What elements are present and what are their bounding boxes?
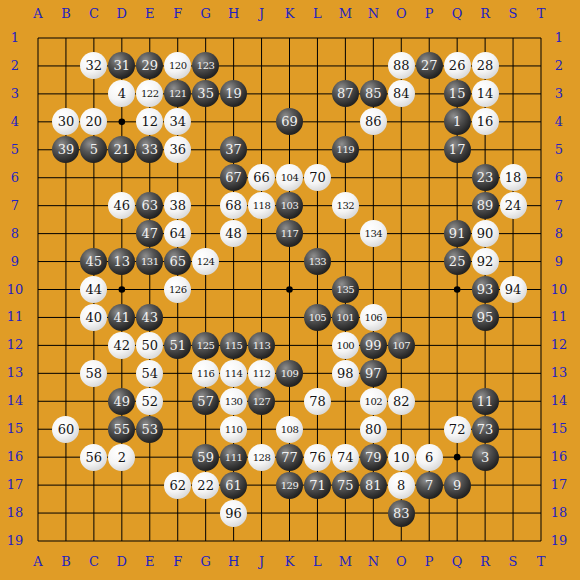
move-number: 92 xyxy=(477,254,494,269)
move-number: 128 xyxy=(253,452,271,463)
stone-white-72-Q15[interactable]: 72 xyxy=(444,416,471,443)
stone-black-67-H6[interactable]: 67 xyxy=(220,164,247,191)
col-label-top-F: F xyxy=(168,6,188,22)
move-number: 44 xyxy=(86,282,103,297)
stone-black-55-D15[interactable]: 55 xyxy=(108,416,135,443)
stone-white-122-E3[interactable]: 122 xyxy=(136,80,163,107)
move-number: 115 xyxy=(225,340,243,351)
stone-white-116-G13[interactable]: 116 xyxy=(192,360,219,387)
move-number: 78 xyxy=(309,394,326,409)
move-number: 62 xyxy=(169,478,186,493)
move-number: 124 xyxy=(197,256,215,267)
stone-white-26-Q2[interactable]: 26 xyxy=(444,52,471,79)
col-label-bottom-S: S xyxy=(503,554,523,570)
col-label-bottom-G: G xyxy=(196,554,216,570)
col-label-bottom-D: D xyxy=(112,554,132,570)
stone-black-135-M10[interactable]: 135 xyxy=(332,276,359,303)
stone-black-107-O12[interactable]: 107 xyxy=(388,332,415,359)
move-number: 101 xyxy=(337,312,355,323)
move-number: 131 xyxy=(141,256,159,267)
stone-white-34-F4[interactable]: 34 xyxy=(164,108,191,135)
move-number: 1 xyxy=(453,114,461,129)
stone-white-132-M7[interactable]: 132 xyxy=(332,192,359,219)
stone-black-93-R10[interactable]: 93 xyxy=(472,276,499,303)
stone-white-124-G9[interactable]: 124 xyxy=(192,248,219,275)
move-number: 105 xyxy=(309,312,327,323)
stone-black-35-G3[interactable]: 35 xyxy=(192,80,219,107)
col-label-top-T: T xyxy=(531,6,551,22)
col-label-bottom-R: R xyxy=(475,554,495,570)
move-number: 20 xyxy=(86,114,103,129)
move-number: 86 xyxy=(365,114,382,129)
move-number: 103 xyxy=(281,200,299,211)
move-number: 119 xyxy=(337,144,355,155)
move-number: 88 xyxy=(393,58,410,73)
move-number: 84 xyxy=(393,86,410,101)
move-number: 122 xyxy=(141,88,159,99)
stone-white-28-R2[interactable]: 28 xyxy=(472,52,499,79)
col-label-top-G: G xyxy=(196,6,216,22)
move-number: 133 xyxy=(309,256,327,267)
stone-black-31-D2[interactable]: 31 xyxy=(108,52,135,79)
move-number: 31 xyxy=(114,58,131,73)
stone-white-70-L6[interactable]: 70 xyxy=(304,164,331,191)
move-number: 47 xyxy=(141,226,158,241)
go-board-diagram: ABCDEFGHJKLMNOPQRST ABCDEFGHJKLMNOPQRST … xyxy=(0,0,580,580)
stone-white-120-F2[interactable]: 120 xyxy=(164,52,191,79)
stone-white-6-P16[interactable]: 6 xyxy=(416,444,443,471)
stone-black-15-Q3[interactable]: 15 xyxy=(444,80,471,107)
move-number: 113 xyxy=(253,340,271,351)
stone-black-5-C5[interactable]: 5 xyxy=(80,136,107,163)
move-number: 74 xyxy=(337,450,354,465)
stone-white-54-E13[interactable]: 54 xyxy=(136,360,163,387)
move-number: 130 xyxy=(225,396,243,407)
stone-white-110-H15[interactable]: 110 xyxy=(220,416,247,443)
col-label-top-A: A xyxy=(28,6,48,22)
stone-white-40-C11[interactable]: 40 xyxy=(80,304,107,331)
move-number: 93 xyxy=(477,282,494,297)
move-number: 5 xyxy=(90,142,98,157)
move-number: 89 xyxy=(477,198,494,213)
stone-white-84-O3[interactable]: 84 xyxy=(388,80,415,107)
move-number: 37 xyxy=(225,142,242,157)
move-number: 61 xyxy=(225,478,242,493)
move-number: 3 xyxy=(481,450,489,465)
stone-black-69-K4[interactable]: 69 xyxy=(276,108,303,135)
move-number: 123 xyxy=(197,60,215,71)
col-label-top-E: E xyxy=(140,6,160,22)
move-number: 63 xyxy=(141,198,158,213)
stone-white-86-N4[interactable]: 86 xyxy=(360,108,387,135)
move-number: 97 xyxy=(365,366,382,381)
stone-white-74-M16[interactable]: 74 xyxy=(332,444,359,471)
move-number: 45 xyxy=(86,254,103,269)
stone-white-134-N8[interactable]: 134 xyxy=(360,220,387,247)
stone-white-38-F7[interactable]: 38 xyxy=(164,192,191,219)
move-number: 77 xyxy=(281,450,298,465)
move-number: 106 xyxy=(365,312,383,323)
move-number: 42 xyxy=(114,338,131,353)
stone-white-104-K6[interactable]: 104 xyxy=(276,164,303,191)
stone-white-64-F8[interactable]: 64 xyxy=(164,220,191,247)
stone-white-8-O17[interactable]: 8 xyxy=(388,472,415,499)
stone-black-89-R7[interactable]: 89 xyxy=(472,192,499,219)
stone-white-20-C4[interactable]: 20 xyxy=(80,108,107,135)
col-label-top-D: D xyxy=(112,6,132,22)
stone-white-126-F10[interactable]: 126 xyxy=(164,276,191,303)
stone-white-100-M12[interactable]: 100 xyxy=(332,332,359,359)
stone-black-75-M17[interactable]: 75 xyxy=(332,472,359,499)
move-number: 55 xyxy=(114,422,131,437)
move-number: 125 xyxy=(197,340,215,351)
move-number: 67 xyxy=(225,170,242,185)
stone-white-12-E4[interactable]: 12 xyxy=(136,108,163,135)
move-number: 108 xyxy=(281,424,299,435)
stone-black-33-E5[interactable]: 33 xyxy=(136,136,163,163)
move-number: 40 xyxy=(86,310,103,325)
move-number: 10 xyxy=(393,450,410,465)
move-number: 30 xyxy=(58,114,75,129)
move-number: 49 xyxy=(114,394,131,409)
move-number: 121 xyxy=(169,88,187,99)
move-number: 38 xyxy=(169,198,186,213)
move-number: 60 xyxy=(58,422,75,437)
move-number: 8 xyxy=(397,478,405,493)
move-number: 85 xyxy=(365,86,382,101)
stone-black-109-K13[interactable]: 109 xyxy=(276,360,303,387)
col-label-top-L: L xyxy=(307,6,327,22)
stone-black-131-E9[interactable]: 131 xyxy=(136,248,163,275)
stone-white-82-O14[interactable]: 82 xyxy=(388,388,415,415)
stone-black-99-N12[interactable]: 99 xyxy=(360,332,387,359)
move-number: 43 xyxy=(141,310,158,325)
move-number: 100 xyxy=(337,340,355,351)
stone-black-9-Q17[interactable]: 9 xyxy=(444,472,471,499)
stone-black-81-N17[interactable]: 81 xyxy=(360,472,387,499)
col-label-top-J: J xyxy=(252,6,272,22)
stone-black-51-F12[interactable]: 51 xyxy=(164,332,191,359)
stone-black-61-H17[interactable]: 61 xyxy=(220,472,247,499)
stone-white-4-D3[interactable]: 4 xyxy=(108,80,135,107)
move-number: 65 xyxy=(169,254,186,269)
move-number: 52 xyxy=(141,394,158,409)
stone-white-98-M13[interactable]: 98 xyxy=(332,360,359,387)
move-number: 51 xyxy=(169,338,186,353)
col-label-top-P: P xyxy=(419,6,439,22)
stone-black-119-M5[interactable]: 119 xyxy=(332,136,359,163)
move-number: 18 xyxy=(505,170,522,185)
move-number: 24 xyxy=(505,198,522,213)
stone-black-59-G16[interactable]: 59 xyxy=(192,444,219,471)
move-number: 32 xyxy=(86,58,103,73)
stone-black-27-P2[interactable]: 27 xyxy=(416,52,443,79)
stone-white-56-C16[interactable]: 56 xyxy=(80,444,107,471)
stone-white-76-L16[interactable]: 76 xyxy=(304,444,331,471)
stone-black-97-N13[interactable]: 97 xyxy=(360,360,387,387)
move-number: 15 xyxy=(449,86,466,101)
move-number: 118 xyxy=(253,200,271,211)
stone-black-63-E7[interactable]: 63 xyxy=(136,192,163,219)
stone-white-50-E12[interactable]: 50 xyxy=(136,332,163,359)
stone-white-102-N14[interactable]: 102 xyxy=(360,388,387,415)
move-number: 50 xyxy=(141,338,158,353)
col-label-bottom-A: A xyxy=(28,554,48,570)
stone-white-68-H7[interactable]: 68 xyxy=(220,192,247,219)
board-intersections[interactable]: 1234567891011121314151617181920212223242… xyxy=(24,24,555,555)
stone-black-43-E11[interactable]: 43 xyxy=(136,304,163,331)
stone-white-106-N11[interactable]: 106 xyxy=(360,304,387,331)
move-number: 35 xyxy=(197,86,214,101)
stone-white-16-R4[interactable]: 16 xyxy=(472,108,499,135)
stone-white-32-C2[interactable]: 32 xyxy=(80,52,107,79)
move-number: 127 xyxy=(253,396,271,407)
stone-black-57-G14[interactable]: 57 xyxy=(192,388,219,415)
stone-white-80-N15[interactable]: 80 xyxy=(360,416,387,443)
move-number: 48 xyxy=(225,226,242,241)
stone-black-73-R15[interactable]: 73 xyxy=(472,416,499,443)
col-label-top-M: M xyxy=(335,6,355,22)
move-number: 73 xyxy=(477,422,494,437)
move-number: 41 xyxy=(114,310,131,325)
move-number: 116 xyxy=(197,368,215,379)
stone-black-49-D14[interactable]: 49 xyxy=(108,388,135,415)
move-number: 16 xyxy=(477,114,494,129)
stone-black-1-Q4[interactable]: 1 xyxy=(444,108,471,135)
stone-black-125-G12[interactable]: 125 xyxy=(192,332,219,359)
move-number: 98 xyxy=(337,366,354,381)
stone-black-19-H3[interactable]: 19 xyxy=(220,80,247,107)
stone-black-111-H16[interactable]: 111 xyxy=(220,444,247,471)
move-number: 70 xyxy=(309,170,326,185)
move-number: 58 xyxy=(86,366,103,381)
move-number: 54 xyxy=(141,366,158,381)
stone-black-133-L9[interactable]: 133 xyxy=(304,248,331,275)
move-number: 72 xyxy=(449,422,466,437)
move-number: 71 xyxy=(309,478,326,493)
move-number: 9 xyxy=(453,478,461,493)
move-number: 82 xyxy=(393,394,410,409)
move-number: 27 xyxy=(421,58,438,73)
move-number: 102 xyxy=(365,396,383,407)
stone-white-24-S7[interactable]: 24 xyxy=(500,192,527,219)
stone-black-45-C9[interactable]: 45 xyxy=(80,248,107,275)
stone-black-17-Q5[interactable]: 17 xyxy=(444,136,471,163)
move-number: 68 xyxy=(225,198,242,213)
move-number: 28 xyxy=(477,58,494,73)
stone-white-10-O16[interactable]: 10 xyxy=(388,444,415,471)
move-number: 17 xyxy=(449,142,466,157)
stone-black-25-Q9[interactable]: 25 xyxy=(444,248,471,275)
move-number: 80 xyxy=(365,422,382,437)
col-label-bottom-T: T xyxy=(531,554,551,570)
stone-black-83-O18[interactable]: 83 xyxy=(388,500,415,527)
move-number: 110 xyxy=(225,424,243,435)
stone-white-2-D16[interactable]: 2 xyxy=(108,444,135,471)
move-number: 95 xyxy=(477,310,494,325)
col-label-bottom-H: H xyxy=(224,554,244,570)
move-number: 36 xyxy=(169,142,186,157)
col-label-bottom-L: L xyxy=(307,554,327,570)
move-number: 19 xyxy=(225,86,242,101)
stone-black-95-R11[interactable]: 95 xyxy=(472,304,499,331)
col-label-top-N: N xyxy=(363,6,383,22)
stone-white-60-B15[interactable]: 60 xyxy=(52,416,79,443)
stone-black-121-F3[interactable]: 121 xyxy=(164,80,191,107)
stone-white-22-G17[interactable]: 22 xyxy=(192,472,219,499)
stone-black-103-K7[interactable]: 103 xyxy=(276,192,303,219)
move-number: 134 xyxy=(365,228,383,239)
stone-black-39-B5[interactable]: 39 xyxy=(52,136,79,163)
move-number: 25 xyxy=(449,254,466,269)
stone-white-96-H18[interactable]: 96 xyxy=(220,500,247,527)
move-number: 59 xyxy=(197,450,214,465)
col-label-bottom-E: E xyxy=(140,554,160,570)
stone-white-112-J13[interactable]: 112 xyxy=(248,360,275,387)
stone-white-46-D7[interactable]: 46 xyxy=(108,192,135,219)
stone-white-130-H14[interactable]: 130 xyxy=(220,388,247,415)
move-number: 53 xyxy=(141,422,158,437)
move-number: 57 xyxy=(197,394,214,409)
move-number: 104 xyxy=(281,172,299,183)
move-number: 56 xyxy=(86,450,103,465)
move-number: 26 xyxy=(449,58,466,73)
move-number: 75 xyxy=(337,478,354,493)
col-label-top-R: R xyxy=(475,6,495,22)
col-label-bottom-F: F xyxy=(168,554,188,570)
stone-white-42-D12[interactable]: 42 xyxy=(108,332,135,359)
move-number: 91 xyxy=(449,226,466,241)
move-number: 87 xyxy=(337,86,354,101)
stone-white-62-F17[interactable]: 62 xyxy=(164,472,191,499)
stone-black-53-E15[interactable]: 53 xyxy=(136,416,163,443)
stone-white-14-R3[interactable]: 14 xyxy=(472,80,499,107)
col-label-top-S: S xyxy=(503,6,523,22)
move-number: 81 xyxy=(365,478,382,493)
move-number: 79 xyxy=(365,450,382,465)
stone-black-71-L17[interactable]: 71 xyxy=(304,472,331,499)
move-number: 120 xyxy=(169,60,187,71)
stone-black-41-D11[interactable]: 41 xyxy=(108,304,135,331)
stone-black-29-E2[interactable]: 29 xyxy=(136,52,163,79)
col-label-bottom-P: P xyxy=(419,554,439,570)
move-number: 132 xyxy=(337,200,355,211)
move-number: 107 xyxy=(392,340,410,351)
move-number: 76 xyxy=(309,450,326,465)
stone-black-13-D9[interactable]: 13 xyxy=(108,248,135,275)
col-label-bottom-B: B xyxy=(56,554,76,570)
move-number: 126 xyxy=(169,284,187,295)
col-label-bottom-C: C xyxy=(84,554,104,570)
move-number: 69 xyxy=(281,114,298,129)
stone-black-3-R16[interactable]: 3 xyxy=(472,444,499,471)
stone-white-66-J6[interactable]: 66 xyxy=(248,164,275,191)
col-label-top-C: C xyxy=(84,6,104,22)
stone-white-92-R9[interactable]: 92 xyxy=(472,248,499,275)
stone-white-36-F5[interactable]: 36 xyxy=(164,136,191,163)
stone-black-87-M3[interactable]: 87 xyxy=(332,80,359,107)
stone-white-114-H13[interactable]: 114 xyxy=(220,360,247,387)
move-number: 83 xyxy=(393,506,410,521)
stone-white-52-E14[interactable]: 52 xyxy=(136,388,163,415)
move-number: 7 xyxy=(425,478,433,493)
move-number: 23 xyxy=(477,170,494,185)
move-number: 33 xyxy=(141,142,158,157)
stone-black-105-L11[interactable]: 105 xyxy=(304,304,331,331)
stone-white-94-S10[interactable]: 94 xyxy=(500,276,527,303)
stone-black-115-H12[interactable]: 115 xyxy=(220,332,247,359)
stone-white-128-J16[interactable]: 128 xyxy=(248,444,275,471)
stone-white-48-H8[interactable]: 48 xyxy=(220,220,247,247)
col-label-top-B: B xyxy=(56,6,76,22)
stone-black-21-D5[interactable]: 21 xyxy=(108,136,135,163)
move-number: 11 xyxy=(477,394,494,409)
stone-black-79-N16[interactable]: 79 xyxy=(360,444,387,471)
col-label-top-K: K xyxy=(280,6,300,22)
move-number: 4 xyxy=(118,86,126,101)
move-number: 66 xyxy=(253,170,270,185)
move-number: 12 xyxy=(141,114,158,129)
stone-white-108-K15[interactable]: 108 xyxy=(276,416,303,443)
stone-black-113-J12[interactable]: 113 xyxy=(248,332,275,359)
col-label-bottom-O: O xyxy=(391,554,411,570)
move-number: 135 xyxy=(337,284,355,295)
stone-white-88-O2[interactable]: 88 xyxy=(388,52,415,79)
move-number: 111 xyxy=(225,452,243,463)
move-number: 129 xyxy=(281,480,299,491)
stone-black-65-F9[interactable]: 65 xyxy=(164,248,191,275)
col-label-bottom-N: N xyxy=(363,554,383,570)
stone-white-30-B4[interactable]: 30 xyxy=(52,108,79,135)
move-number: 21 xyxy=(114,142,131,157)
stone-black-47-E8[interactable]: 47 xyxy=(136,220,163,247)
stone-black-37-H5[interactable]: 37 xyxy=(220,136,247,163)
stone-black-85-N3[interactable]: 85 xyxy=(360,80,387,107)
move-number: 96 xyxy=(225,506,242,521)
move-number: 46 xyxy=(114,198,131,213)
move-number: 109 xyxy=(281,368,299,379)
stone-black-129-K17[interactable]: 129 xyxy=(276,472,303,499)
stone-black-11-R14[interactable]: 11 xyxy=(472,388,499,415)
stone-white-18-S6[interactable]: 18 xyxy=(500,164,527,191)
move-number: 34 xyxy=(169,114,186,129)
move-number: 29 xyxy=(141,58,158,73)
stone-white-58-C13[interactable]: 58 xyxy=(80,360,107,387)
stone-black-127-J14[interactable]: 127 xyxy=(248,388,275,415)
stone-black-117-K8[interactable]: 117 xyxy=(276,220,303,247)
stone-black-77-K16[interactable]: 77 xyxy=(276,444,303,471)
move-number: 99 xyxy=(365,338,382,353)
stone-black-101-M11[interactable]: 101 xyxy=(332,304,359,331)
col-label-bottom-Q: Q xyxy=(447,554,467,570)
move-number: 6 xyxy=(425,450,433,465)
move-number: 90 xyxy=(477,226,494,241)
col-label-top-Q: Q xyxy=(447,6,467,22)
col-label-bottom-J: J xyxy=(252,554,272,570)
stone-white-44-C10[interactable]: 44 xyxy=(80,276,107,303)
move-number: 22 xyxy=(197,478,214,493)
move-number: 64 xyxy=(169,226,186,241)
stone-black-123-G2[interactable]: 123 xyxy=(192,52,219,79)
stone-white-90-R8[interactable]: 90 xyxy=(472,220,499,247)
stone-black-7-P17[interactable]: 7 xyxy=(416,472,443,499)
stone-black-23-R6[interactable]: 23 xyxy=(472,164,499,191)
stone-black-91-Q8[interactable]: 91 xyxy=(444,220,471,247)
move-number: 94 xyxy=(505,282,522,297)
stone-white-118-J7[interactable]: 118 xyxy=(248,192,275,219)
move-number: 112 xyxy=(253,368,271,379)
stone-white-78-L14[interactable]: 78 xyxy=(304,388,331,415)
